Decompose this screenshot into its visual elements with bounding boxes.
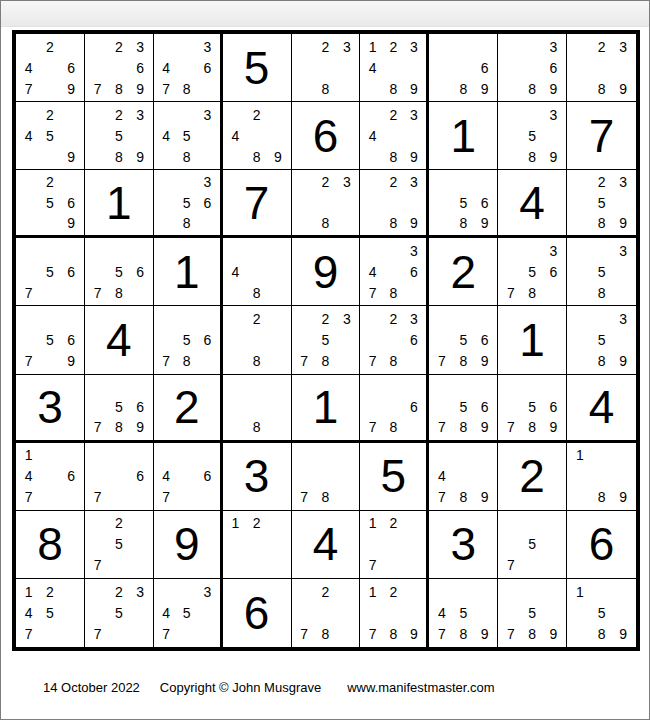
cell-r6c1[interactable]: 3	[16, 375, 85, 443]
pencil-mark-slot-5	[383, 125, 404, 146]
pencil-mark-slot-4	[87, 57, 108, 78]
pencil-mark-slot-6	[474, 602, 495, 623]
pencil-mark-slot-4	[362, 329, 383, 350]
pencil-marks: 67	[87, 445, 151, 508]
pencil-mark-slot-5	[39, 57, 60, 78]
pencil-mark-slot-2	[108, 377, 129, 397]
pencil-mark-slot-6	[404, 534, 425, 555]
cell-r7c5[interactable]: 78	[292, 443, 361, 511]
pencil-mark-slot-1	[500, 377, 521, 397]
pencil-mark-slot-3	[61, 104, 82, 125]
cell-r8c4[interactable]: 12	[223, 511, 292, 579]
pencil-mark-slot-9	[543, 282, 564, 303]
cell-r3c5[interactable]: 238	[292, 170, 361, 238]
pencil-mark-slot-6: 6	[404, 329, 425, 350]
pencil-mark-slot-9: 9	[61, 78, 82, 99]
cell-r2c8[interactable]: 3589	[498, 102, 567, 170]
pencil-mark-slot-4	[569, 261, 591, 282]
pencil-marks: 78	[294, 445, 358, 508]
pencil-marks: 567	[18, 240, 82, 303]
pencil-mark-slot-7	[500, 78, 521, 99]
cell-r6c6[interactable]: 678	[360, 375, 429, 443]
cell-r6c9[interactable]: 4	[567, 375, 636, 443]
cell-r4c5[interactable]: 9	[292, 238, 361, 306]
pencil-mark-slot-4	[500, 602, 521, 623]
pencil-mark-slot-5	[315, 466, 336, 487]
pencil-mark-slot-7: 7	[500, 555, 521, 576]
cell-r8c3[interactable]: 9	[154, 511, 223, 579]
pencil-mark-slot-3	[612, 581, 634, 602]
pencil-mark-slot-6	[612, 261, 634, 282]
cell-r5c6[interactable]: 23678	[360, 306, 429, 374]
pencil-marks: 23589	[569, 172, 634, 233]
cell-r1c2[interactable]: 236789	[85, 34, 154, 102]
pencil-mark-slot-7	[569, 487, 591, 508]
pencil-mark-slot-2: 2	[315, 36, 336, 57]
pencil-mark-slot-5: 5	[453, 193, 474, 213]
pencil-mark-slot-9: 9	[543, 624, 564, 645]
pencil-mark-slot-5: 5	[522, 261, 543, 282]
pencil-mark-slot-3: 3	[197, 172, 218, 192]
pencil-mark-slot-7	[569, 78, 591, 99]
pencil-mark-slot-6	[612, 602, 634, 623]
pencil-mark-slot-2: 2	[383, 104, 404, 125]
pencil-mark-slot-5: 5	[453, 329, 474, 350]
pencil-mark-slot-7	[362, 213, 383, 233]
pencil-mark-slot-5: 5	[176, 193, 197, 213]
pencil-mark-slot-2: 2	[315, 172, 336, 192]
cell-r6c4[interactable]: 8	[223, 375, 292, 443]
pencil-mark-slot-1	[87, 377, 108, 397]
pencil-mark-slot-9	[61, 487, 82, 508]
pencil-marks: 48	[225, 240, 289, 303]
pencil-mark-slot-7: 7	[294, 487, 315, 508]
pencil-mark-slot-4	[156, 329, 177, 350]
pencil-mark-slot-6: 6	[404, 397, 425, 417]
cell-r8c5[interactable]: 4	[292, 511, 361, 579]
given-digit: 6	[313, 113, 339, 159]
pencil-mark-slot-7: 7	[362, 555, 383, 576]
cell-r7c2[interactable]: 67	[85, 443, 154, 511]
given-digit: 9	[174, 521, 200, 567]
cell-r4c9[interactable]: 358	[567, 238, 636, 306]
cell-r6c7[interactable]: 56789	[429, 375, 498, 443]
pencil-mark-slot-4: 4	[18, 602, 39, 623]
cell-r3c7[interactable]: 5689	[429, 170, 498, 238]
pencil-marks: 45789	[431, 581, 495, 645]
pencil-mark-slot-6: 6	[61, 329, 82, 350]
pencil-mark-slot-5	[383, 534, 404, 555]
pencil-mark-slot-2: 2	[383, 581, 404, 602]
pencil-mark-slot-7	[362, 146, 383, 167]
pencil-mark-slot-1: 1	[569, 581, 591, 602]
pencil-mark-slot-2	[108, 445, 129, 466]
cell-r7c6[interactable]: 5	[360, 443, 429, 511]
pencil-mark-slot-1	[18, 308, 39, 329]
pencil-mark-slot-4	[569, 602, 591, 623]
cell-r3c9[interactable]: 23589	[567, 170, 636, 238]
cell-r9c9[interactable]: 1589	[567, 579, 636, 647]
pencil-mark-slot-3	[267, 240, 288, 261]
pencil-mark-slot-3	[474, 308, 495, 329]
pencil-mark-slot-1: 1	[362, 513, 383, 534]
pencil-mark-slot-1	[18, 36, 39, 57]
pencil-mark-slot-5: 5	[176, 329, 197, 350]
pencil-mark-slot-7: 7	[362, 624, 383, 645]
pencil-mark-slot-6: 6	[129, 466, 150, 487]
pencil-mark-slot-6	[129, 125, 150, 146]
pencil-mark-slot-7	[569, 282, 591, 303]
pencil-mark-slot-4	[569, 57, 591, 78]
pencil-mark-slot-7	[431, 213, 452, 233]
cell-r5c7[interactable]: 56789	[429, 306, 498, 374]
pencil-mark-slot-4	[294, 57, 315, 78]
pencil-mark-slot-9	[129, 487, 150, 508]
pencil-mark-slot-2	[176, 308, 197, 329]
pencil-mark-slot-3: 3	[612, 172, 634, 192]
pencil-mark-slot-2	[522, 36, 543, 57]
pencil-mark-slot-3: 3	[197, 581, 218, 602]
cell-r1c1[interactable]: 24679	[16, 34, 85, 102]
cell-r2c7[interactable]: 1	[429, 102, 498, 170]
cell-r2c5[interactable]: 6	[292, 102, 361, 170]
cell-r4c2[interactable]: 5678	[85, 238, 154, 306]
cell-r1c3[interactable]: 34678	[154, 34, 223, 102]
pencil-mark-slot-2	[39, 240, 60, 261]
pencil-mark-slot-4	[294, 602, 315, 623]
pencil-mark-slot-9	[404, 555, 425, 576]
pencil-marks: 23589	[87, 104, 151, 167]
cell-r9c2[interactable]: 2357	[85, 579, 154, 647]
pencil-mark-slot-7: 7	[18, 351, 39, 372]
cell-r2c4[interactable]: 2489	[223, 102, 292, 170]
pencil-marks: 12457	[18, 581, 82, 645]
pencil-mark-slot-8: 8	[522, 282, 543, 303]
pencil-mark-slot-6	[129, 602, 150, 623]
cell-r8c6[interactable]: 127	[360, 511, 429, 579]
pencil-mark-slot-5: 5	[453, 397, 474, 417]
cell-r7c4[interactable]: 3	[223, 443, 292, 511]
cell-r8c1[interactable]: 8	[16, 511, 85, 579]
pencil-mark-slot-9	[197, 146, 218, 167]
cell-r3c4[interactable]: 7	[223, 170, 292, 238]
cell-r9c1[interactable]: 12457	[16, 579, 85, 647]
pencil-mark-slot-9: 9	[543, 417, 564, 437]
cell-r1c6[interactable]: 123489	[360, 34, 429, 102]
cell-r4c7[interactable]: 2	[429, 238, 498, 306]
pencil-mark-slot-4	[225, 329, 246, 350]
footer: 14 October 2022 Copyright © John Musgrav…	[43, 680, 495, 695]
cell-r4c6[interactable]: 34678	[360, 238, 429, 306]
given-digit: 4	[589, 384, 615, 430]
pencil-mark-slot-3: 3	[404, 104, 425, 125]
pencil-mark-slot-5	[591, 57, 613, 78]
pencil-mark-slot-2	[591, 308, 613, 329]
given-digit: 4	[519, 180, 545, 226]
pencil-mark-slot-4: 4	[431, 602, 452, 623]
pencil-mark-slot-7: 7	[156, 78, 177, 99]
cell-r9c7[interactable]: 45789	[429, 579, 498, 647]
pencil-mark-slot-2	[39, 308, 60, 329]
pencil-mark-slot-4: 4	[156, 602, 177, 623]
pencil-mark-slot-7: 7	[294, 351, 315, 372]
pencil-mark-slot-6: 6	[61, 466, 82, 487]
pencil-mark-slot-9	[336, 213, 357, 233]
cell-r4c3[interactable]: 1	[154, 238, 223, 306]
pencil-mark-slot-2	[39, 445, 60, 466]
pencil-mark-slot-2: 2	[383, 513, 404, 534]
pencil-mark-slot-9	[267, 555, 288, 576]
pencil-mark-slot-9	[336, 487, 357, 508]
cell-r2c6[interactable]: 23489	[360, 102, 429, 170]
pencil-mark-slot-8: 8	[591, 213, 613, 233]
pencil-marks: 12789	[362, 581, 424, 645]
pencil-marks: 3568	[156, 172, 218, 233]
pencil-mark-slot-1	[225, 377, 246, 397]
pencil-marks: 12	[225, 513, 289, 576]
cell-r3c8[interactable]: 4	[498, 170, 567, 238]
pencil-mark-slot-3: 3	[543, 36, 564, 57]
pencil-marks: 56789	[500, 377, 564, 438]
given-digit: 4	[106, 317, 132, 363]
pencil-mark-slot-4	[18, 329, 39, 350]
given-digit: 9	[313, 249, 339, 295]
pencil-mark-slot-6	[612, 57, 634, 78]
pencil-mark-slot-6	[474, 466, 495, 487]
pencil-mark-slot-9: 9	[474, 624, 495, 645]
cell-r8c9[interactable]: 6	[567, 511, 636, 579]
pencil-mark-slot-7	[225, 417, 246, 437]
cell-r9c5[interactable]: 278	[292, 579, 361, 647]
pencil-mark-slot-9: 9	[404, 624, 425, 645]
cell-r7c3[interactable]: 467	[154, 443, 223, 511]
pencil-mark-slot-4: 4	[18, 125, 39, 146]
pencil-mark-slot-2	[591, 240, 613, 261]
pencil-mark-slot-3: 3	[543, 104, 564, 125]
pencil-marks: 4789	[431, 445, 495, 508]
cell-r2c2[interactable]: 23589	[85, 102, 154, 170]
cell-r3c2[interactable]: 1	[85, 170, 154, 238]
pencil-mark-slot-6: 6	[404, 261, 425, 282]
given-digit: 3	[37, 384, 63, 430]
pencil-mark-slot-7: 7	[500, 624, 521, 645]
cell-r4c1[interactable]: 567	[16, 238, 85, 306]
pencil-mark-slot-5: 5	[522, 534, 543, 555]
cell-r5c8[interactable]: 1	[498, 306, 567, 374]
pencil-marks: 189	[569, 445, 634, 508]
pencil-mark-slot-7: 7	[362, 351, 383, 372]
pencil-mark-slot-9	[336, 624, 357, 645]
pencil-mark-slot-9: 9	[61, 146, 82, 167]
given-digit: 8	[37, 521, 63, 567]
pencil-mark-slot-4: 4	[18, 57, 39, 78]
cell-r6c2[interactable]: 56789	[85, 375, 154, 443]
cell-r6c5[interactable]: 1	[292, 375, 361, 443]
cell-r3c3[interactable]: 3568	[154, 170, 223, 238]
pencil-mark-slot-5: 5	[108, 261, 129, 282]
pencil-mark-slot-7: 7	[156, 351, 177, 372]
pencil-mark-slot-2	[453, 36, 474, 57]
pencil-mark-slot-9	[197, 213, 218, 233]
given-digit: 3	[244, 453, 270, 499]
pencil-mark-slot-7: 7	[156, 624, 177, 645]
pencil-mark-slot-2: 2	[246, 308, 267, 329]
cell-r7c1[interactable]: 1467	[16, 443, 85, 511]
pencil-mark-slot-6: 6	[129, 57, 150, 78]
cell-r4c4[interactable]: 48	[223, 238, 292, 306]
cell-r8c7[interactable]: 3	[429, 511, 498, 579]
pencil-mark-slot-6	[336, 193, 357, 213]
pencil-mark-slot-9	[267, 282, 288, 303]
cell-r8c2[interactable]: 257	[85, 511, 154, 579]
pencil-mark-slot-1	[156, 104, 177, 125]
cell-r3c1[interactable]: 2569	[16, 170, 85, 238]
pencil-mark-slot-8: 8	[453, 487, 474, 508]
pencil-mark-slot-6	[267, 329, 288, 350]
pencil-mark-slot-5	[591, 466, 613, 487]
pencil-mark-slot-5	[246, 261, 267, 282]
pencil-mark-slot-3	[197, 308, 218, 329]
cell-r2c3[interactable]: 3458	[154, 102, 223, 170]
pencil-mark-slot-4	[431, 397, 452, 417]
cell-r1c5[interactable]: 238	[292, 34, 361, 102]
pencil-mark-slot-8: 8	[591, 487, 613, 508]
pencil-mark-slot-1	[87, 581, 108, 602]
pencil-mark-slot-8: 8	[176, 351, 197, 372]
cell-r2c1[interactable]: 2459	[16, 102, 85, 170]
pencil-mark-slot-4: 4	[156, 57, 177, 78]
pencil-mark-slot-8: 8	[315, 624, 336, 645]
pencil-mark-slot-8: 8	[108, 78, 129, 99]
pencil-mark-slot-8: 8	[383, 78, 404, 99]
pencil-mark-slot-1	[500, 240, 521, 261]
pencil-mark-slot-8: 8	[383, 351, 404, 372]
pencil-mark-slot-1	[225, 308, 246, 329]
cell-r1c8[interactable]: 3689	[498, 34, 567, 102]
pencil-mark-slot-7: 7	[18, 78, 39, 99]
pencil-mark-slot-2: 2	[108, 36, 129, 57]
cell-r6c3[interactable]: 2	[154, 375, 223, 443]
pencil-marks: 678	[362, 377, 424, 438]
pencil-mark-slot-1	[294, 36, 315, 57]
pencil-mark-slot-3	[267, 513, 288, 534]
pencil-mark-slot-7	[156, 213, 177, 233]
cell-r7c8[interactable]: 2	[498, 443, 567, 511]
pencil-mark-slot-4	[362, 397, 383, 417]
cell-r5c4[interactable]: 28	[223, 306, 292, 374]
pencil-mark-slot-1	[87, 104, 108, 125]
footer-website: www.manifestmaster.com	[347, 680, 494, 695]
cell-r6c8[interactable]: 56789	[498, 375, 567, 443]
pencil-mark-slot-6	[543, 125, 564, 146]
cell-r9c3[interactable]: 3457	[154, 579, 223, 647]
pencil-mark-slot-4: 4	[362, 57, 383, 78]
cell-r5c3[interactable]: 5678	[154, 306, 223, 374]
pencil-mark-slot-6	[267, 534, 288, 555]
pencil-mark-slot-6	[404, 193, 425, 213]
pencil-mark-slot-4	[431, 193, 452, 213]
pencil-mark-slot-7	[18, 146, 39, 167]
cell-r1c4[interactable]: 5	[223, 34, 292, 102]
pencil-mark-slot-1	[87, 513, 108, 534]
pencil-mark-slot-8: 8	[453, 351, 474, 372]
pencil-mark-slot-5: 5	[315, 329, 336, 350]
pencil-mark-slot-1: 1	[569, 445, 591, 466]
pencil-mark-slot-9	[197, 78, 218, 99]
pencil-mark-slot-3	[129, 240, 150, 261]
pencil-mark-slot-4: 4	[225, 125, 246, 146]
pencil-marks: 23678	[362, 308, 424, 371]
pencil-mark-slot-5: 5	[522, 125, 543, 146]
cell-r2c9[interactable]: 7	[567, 102, 636, 170]
pencil-mark-slot-4	[87, 466, 108, 487]
pencil-mark-slot-5	[383, 57, 404, 78]
pencil-mark-slot-5: 5	[453, 602, 474, 623]
pencil-mark-slot-7: 7	[500, 417, 521, 437]
pencil-mark-slot-7	[18, 213, 39, 233]
pencil-mark-slot-7: 7	[87, 282, 108, 303]
pencil-mark-slot-9: 9	[61, 351, 82, 372]
cell-r4c8[interactable]: 35678	[498, 238, 567, 306]
cell-r1c9[interactable]: 2389	[567, 34, 636, 102]
cell-r7c7[interactable]: 4789	[429, 443, 498, 511]
pencil-mark-slot-3	[404, 513, 425, 534]
pencil-mark-slot-7	[225, 282, 246, 303]
pencil-mark-slot-9	[336, 351, 357, 372]
cell-r1c7[interactable]: 689	[429, 34, 498, 102]
pencil-mark-slot-3	[61, 581, 82, 602]
pencil-mark-slot-7: 7	[431, 351, 452, 372]
pencil-mark-slot-1	[500, 104, 521, 125]
pencil-mark-slot-4	[500, 397, 521, 417]
pencil-mark-slot-6: 6	[474, 57, 495, 78]
cell-r5c9[interactable]: 3589	[567, 306, 636, 374]
pencil-mark-slot-4	[500, 57, 521, 78]
given-digit: 6	[589, 521, 615, 567]
pencil-mark-slot-5: 5	[39, 261, 60, 282]
pencil-mark-slot-5	[522, 57, 543, 78]
cell-r9c6[interactable]: 12789	[360, 579, 429, 647]
cell-r5c2[interactable]: 4	[85, 306, 154, 374]
cell-r8c8[interactable]: 57	[498, 511, 567, 579]
cell-r3c6[interactable]: 2389	[360, 170, 429, 238]
pencil-marks: 5678	[87, 240, 151, 303]
cell-r5c1[interactable]: 5679	[16, 306, 85, 374]
pencil-mark-slot-6: 6	[543, 397, 564, 417]
cell-r5c5[interactable]: 23578	[292, 306, 361, 374]
pencil-mark-slot-3: 3	[612, 36, 634, 57]
pencil-mark-slot-2: 2	[108, 104, 129, 125]
pencil-mark-slot-4	[362, 534, 383, 555]
pencil-mark-slot-2	[176, 445, 197, 466]
pencil-mark-slot-8	[108, 487, 129, 508]
pencil-mark-slot-9: 9	[474, 417, 495, 437]
pencil-mark-slot-7: 7	[18, 487, 39, 508]
pencil-mark-slot-1	[569, 172, 591, 192]
given-digit: 5	[381, 453, 407, 499]
cell-r7c9[interactable]: 189	[567, 443, 636, 511]
pencil-mark-slot-9	[197, 487, 218, 508]
pencil-mark-slot-1	[569, 240, 591, 261]
pencil-mark-slot-7: 7	[294, 624, 315, 645]
pencil-mark-slot-4	[87, 125, 108, 146]
cell-r9c4[interactable]: 6	[223, 579, 292, 647]
pencil-mark-slot-1: 1	[225, 513, 246, 534]
pencil-mark-slot-3	[474, 581, 495, 602]
cell-r9c8[interactable]: 5789	[498, 579, 567, 647]
pencil-mark-slot-3	[474, 445, 495, 466]
pencil-mark-slot-7: 7	[18, 282, 39, 303]
